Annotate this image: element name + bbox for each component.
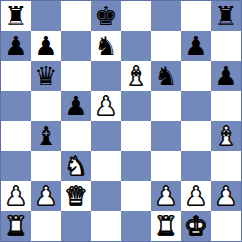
square-f3[interactable] [151, 151, 181, 181]
piece-white-pawn: ♟ [94, 91, 117, 121]
square-f8[interactable] [151, 1, 181, 31]
square-b6[interactable]: ♛ [31, 61, 61, 91]
square-f1[interactable]: ♜ [151, 211, 181, 241]
square-a7[interactable]: ♟ [1, 31, 31, 61]
square-g2[interactable]: ♟ [181, 181, 211, 211]
square-d4[interactable] [91, 121, 121, 151]
square-c7[interactable] [61, 31, 91, 61]
square-e5[interactable] [121, 91, 151, 121]
piece-black-pawn: ♟ [64, 91, 87, 121]
piece-white-queen: ♛ [64, 181, 87, 211]
square-d7[interactable]: ♞ [91, 31, 121, 61]
square-c8[interactable] [61, 1, 91, 31]
square-e2[interactable] [121, 181, 151, 211]
square-g8[interactable] [181, 1, 211, 31]
piece-black-pawn: ♟ [184, 31, 207, 61]
square-e4[interactable] [121, 121, 151, 151]
square-h1[interactable] [211, 211, 241, 241]
square-g4[interactable] [181, 121, 211, 151]
square-c4[interactable] [61, 121, 91, 151]
square-d2[interactable] [91, 181, 121, 211]
square-b7[interactable]: ♟ [31, 31, 61, 61]
square-a8[interactable]: ♜ [1, 1, 31, 31]
square-a6[interactable] [1, 61, 31, 91]
square-h3[interactable] [211, 151, 241, 181]
piece-black-knight: ♞ [154, 61, 177, 91]
square-c6[interactable] [61, 61, 91, 91]
piece-white-pawn: ♟ [34, 181, 57, 211]
square-b5[interactable] [31, 91, 61, 121]
square-a5[interactable] [1, 91, 31, 121]
piece-white-pawn: ♟ [184, 181, 207, 211]
square-b8[interactable] [31, 1, 61, 31]
piece-black-queen: ♛ [34, 61, 57, 91]
square-f7[interactable] [151, 31, 181, 61]
square-c3[interactable]: ♞ [61, 151, 91, 181]
square-g7[interactable]: ♟ [181, 31, 211, 61]
chess-board: ♜♚♜♟♟♞♟♛♝♞♟♟♟♝♝♞♟♟♛♟♟♟♜♜♚ [0, 0, 242, 242]
square-e6[interactable]: ♝ [121, 61, 151, 91]
square-h7[interactable] [211, 31, 241, 61]
square-f6[interactable]: ♞ [151, 61, 181, 91]
square-a1[interactable]: ♜ [1, 211, 31, 241]
square-b1[interactable] [31, 211, 61, 241]
square-g6[interactable] [181, 61, 211, 91]
square-c1[interactable] [61, 211, 91, 241]
piece-white-king: ♚ [184, 211, 207, 241]
piece-white-pawn: ♟ [154, 181, 177, 211]
square-h5[interactable] [211, 91, 241, 121]
square-h2[interactable]: ♟ [211, 181, 241, 211]
square-c2[interactable]: ♛ [61, 181, 91, 211]
square-g1[interactable]: ♚ [181, 211, 211, 241]
square-d8[interactable]: ♚ [91, 1, 121, 31]
piece-white-bishop: ♝ [214, 121, 237, 151]
piece-black-rook: ♜ [214, 1, 237, 31]
piece-white-rook: ♜ [4, 211, 27, 241]
square-d6[interactable] [91, 61, 121, 91]
piece-white-pawn: ♟ [214, 181, 237, 211]
square-b2[interactable]: ♟ [31, 181, 61, 211]
square-d1[interactable] [91, 211, 121, 241]
square-b4[interactable]: ♝ [31, 121, 61, 151]
piece-white-knight: ♞ [64, 151, 87, 181]
square-h6[interactable]: ♟ [211, 61, 241, 91]
piece-black-bishop: ♝ [34, 121, 57, 151]
square-h4[interactable]: ♝ [211, 121, 241, 151]
piece-white-pawn: ♟ [4, 181, 27, 211]
square-e1[interactable] [121, 211, 151, 241]
piece-black-pawn: ♟ [4, 31, 27, 61]
square-e3[interactable] [121, 151, 151, 181]
square-f5[interactable] [151, 91, 181, 121]
square-f2[interactable]: ♟ [151, 181, 181, 211]
square-a3[interactable] [1, 151, 31, 181]
square-g3[interactable] [181, 151, 211, 181]
square-b3[interactable] [31, 151, 61, 181]
square-d5[interactable]: ♟ [91, 91, 121, 121]
square-g5[interactable] [181, 91, 211, 121]
square-f4[interactable] [151, 121, 181, 151]
square-a2[interactable]: ♟ [1, 181, 31, 211]
square-c5[interactable]: ♟ [61, 91, 91, 121]
square-e7[interactable] [121, 31, 151, 61]
piece-black-pawn: ♟ [214, 61, 237, 91]
piece-white-rook: ♜ [154, 211, 177, 241]
piece-black-king: ♚ [94, 1, 117, 31]
square-h8[interactable]: ♜ [211, 1, 241, 31]
piece-black-knight: ♞ [94, 31, 117, 61]
square-d3[interactable] [91, 151, 121, 181]
square-e8[interactable] [121, 1, 151, 31]
piece-white-bishop: ♝ [124, 61, 147, 91]
piece-black-rook: ♜ [4, 1, 27, 31]
square-a4[interactable] [1, 121, 31, 151]
piece-black-pawn: ♟ [34, 31, 57, 61]
